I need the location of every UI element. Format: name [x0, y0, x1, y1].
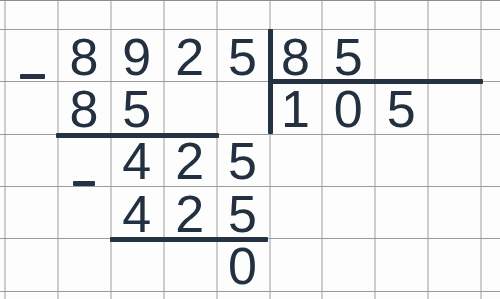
quotient-digit-2: 0: [322, 81, 375, 133]
dividend-digit-2: 9: [110, 29, 163, 81]
dividend-digit-3: 2: [163, 29, 216, 81]
dividend-digit-4: 5: [216, 29, 269, 81]
final-remainder-digit: 0: [216, 238, 269, 290]
quotient-digit-3: 5: [375, 81, 428, 133]
long-division-grid: 8 9 2 5 8 5 8 5 1 0 5 4 2 5 4 2 5 0: [0, 0, 500, 299]
minus-sign-1-icon: [20, 74, 45, 80]
squared-paper-sheet: 8 9 2 5 8 5 8 5 1 0 5 4 2 5 4 2 5 0: [0, 0, 500, 299]
division-corner-horizontal-line: [268, 79, 483, 84]
minus-sign-2-icon: [73, 181, 95, 186]
quotient-digit-1: 1: [269, 81, 322, 133]
subtrahend2-digit-1: 4: [110, 186, 163, 238]
subtrahend1-digit-1: 8: [57, 81, 110, 133]
subtrahend1-digit-2: 5: [110, 81, 163, 133]
subtraction-underline-2: [110, 237, 268, 242]
dividend-digit-1: 8: [57, 29, 110, 81]
subtraction-underline-1: [56, 133, 219, 138]
subtrahend2-digit-3: 5: [216, 186, 269, 238]
subtrahend2-digit-2: 2: [163, 186, 216, 238]
remainder1-digit-2: 2: [163, 134, 216, 186]
divisor-digit-1: 8: [269, 29, 322, 81]
divisor-digit-2: 5: [322, 29, 375, 81]
remainder1-digit-1: 4: [110, 134, 163, 186]
remainder1-digit-3: 5: [216, 134, 269, 186]
